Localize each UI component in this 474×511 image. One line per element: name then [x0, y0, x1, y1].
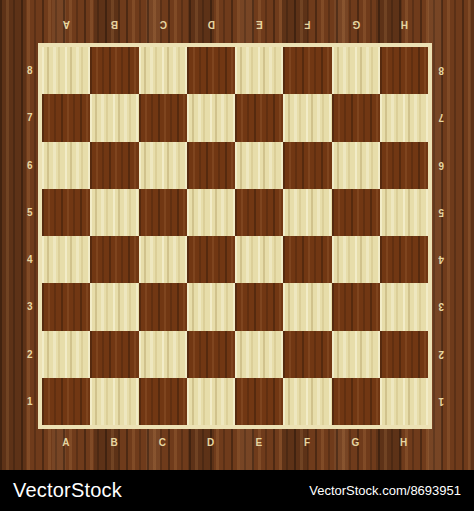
- file-label-bottom-g: G: [332, 434, 380, 450]
- square-e5: [235, 189, 283, 236]
- square-c8: [139, 47, 187, 94]
- square-h4: [380, 236, 428, 283]
- square-f6: [283, 142, 331, 189]
- square-d1: [187, 378, 235, 425]
- square-a1: [42, 378, 90, 425]
- rank-label-left-2: 2: [22, 331, 38, 378]
- square-c6: [139, 142, 187, 189]
- square-d4: [187, 236, 235, 283]
- square-d7: [187, 94, 235, 141]
- square-c4: [139, 236, 187, 283]
- rank-label-right-1: 1: [433, 378, 449, 425]
- rank-label-left-7: 7: [22, 94, 38, 141]
- square-g1: [332, 378, 380, 425]
- square-h6: [380, 142, 428, 189]
- square-c7: [139, 94, 187, 141]
- rank-label-left-4: 4: [22, 236, 38, 283]
- rank-label-right-7: 7: [433, 94, 449, 141]
- vectorstock-credit-url: VectorStock.com/8693951: [309, 483, 461, 498]
- square-d2: [187, 331, 235, 378]
- square-g8: [332, 47, 380, 94]
- rank-label-right-8: 8: [433, 47, 449, 94]
- square-h7: [380, 94, 428, 141]
- file-label-bottom-a: A: [42, 434, 90, 450]
- rank-label-right-3: 3: [433, 283, 449, 330]
- square-f7: [283, 94, 331, 141]
- file-label-top-b: B: [90, 17, 138, 33]
- file-label-top-e: E: [235, 17, 283, 33]
- square-e4: [235, 236, 283, 283]
- square-d8: [187, 47, 235, 94]
- square-g7: [332, 94, 380, 141]
- square-b1: [90, 378, 138, 425]
- square-b2: [90, 331, 138, 378]
- rank-label-right-5: 5: [433, 189, 449, 236]
- square-f3: [283, 283, 331, 330]
- square-c3: [139, 283, 187, 330]
- rank-labels-right: 87654321: [433, 47, 449, 425]
- rank-label-right-2: 2: [433, 331, 449, 378]
- square-b6: [90, 142, 138, 189]
- square-d6: [187, 142, 235, 189]
- file-label-top-f: F: [283, 17, 331, 33]
- square-b8: [90, 47, 138, 94]
- square-h5: [380, 189, 428, 236]
- square-h2: [380, 331, 428, 378]
- square-a3: [42, 283, 90, 330]
- rank-label-left-3: 3: [22, 283, 38, 330]
- square-f4: [283, 236, 331, 283]
- square-b4: [90, 236, 138, 283]
- square-h8: [380, 47, 428, 94]
- file-label-top-g: G: [332, 17, 380, 33]
- rank-label-right-6: 6: [433, 142, 449, 189]
- square-a2: [42, 331, 90, 378]
- chessboard-image: ABCDEFGH 87654321 87654321 ABCDEFGH Vect…: [0, 0, 474, 511]
- board: [42, 47, 428, 425]
- rank-label-left-1: 1: [22, 378, 38, 425]
- square-f2: [283, 331, 331, 378]
- square-b7: [90, 94, 138, 141]
- file-label-bottom-h: H: [380, 434, 428, 450]
- square-g2: [332, 331, 380, 378]
- rank-label-left-8: 8: [22, 47, 38, 94]
- square-a6: [42, 142, 90, 189]
- square-e8: [235, 47, 283, 94]
- square-e3: [235, 283, 283, 330]
- vectorstock-logo-text: VectorStock: [13, 479, 122, 502]
- file-label-bottom-b: B: [90, 434, 138, 450]
- square-f1: [283, 378, 331, 425]
- square-g5: [332, 189, 380, 236]
- square-d3: [187, 283, 235, 330]
- file-label-top-a: A: [42, 17, 90, 33]
- rank-label-right-4: 4: [433, 236, 449, 283]
- square-g4: [332, 236, 380, 283]
- square-h1: [380, 378, 428, 425]
- square-a7: [42, 94, 90, 141]
- file-labels-bottom: ABCDEFGH: [42, 434, 428, 450]
- square-a4: [42, 236, 90, 283]
- rank-labels-left: 87654321: [22, 47, 38, 425]
- file-labels-top: ABCDEFGH: [42, 17, 428, 33]
- square-d5: [187, 189, 235, 236]
- square-c1: [139, 378, 187, 425]
- file-label-bottom-d: D: [187, 434, 235, 450]
- square-e7: [235, 94, 283, 141]
- watermark-bar: VectorStock VectorStock.com/8693951: [0, 470, 474, 511]
- file-label-top-c: C: [139, 17, 187, 33]
- rank-label-left-6: 6: [22, 142, 38, 189]
- square-g3: [332, 283, 380, 330]
- file-label-bottom-e: E: [235, 434, 283, 450]
- rank-label-left-5: 5: [22, 189, 38, 236]
- square-f8: [283, 47, 331, 94]
- file-label-bottom-c: C: [139, 434, 187, 450]
- file-label-top-d: D: [187, 17, 235, 33]
- square-f5: [283, 189, 331, 236]
- square-b3: [90, 283, 138, 330]
- square-e2: [235, 331, 283, 378]
- square-e1: [235, 378, 283, 425]
- square-h3: [380, 283, 428, 330]
- file-label-top-h: H: [380, 17, 428, 33]
- square-c5: [139, 189, 187, 236]
- square-g6: [332, 142, 380, 189]
- square-a8: [42, 47, 90, 94]
- square-c2: [139, 331, 187, 378]
- square-e6: [235, 142, 283, 189]
- board-frame: [38, 43, 432, 429]
- square-b5: [90, 189, 138, 236]
- square-a5: [42, 189, 90, 236]
- file-label-bottom-f: F: [283, 434, 331, 450]
